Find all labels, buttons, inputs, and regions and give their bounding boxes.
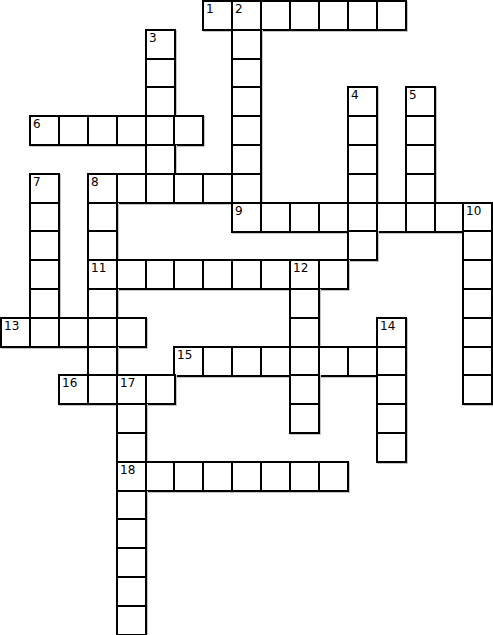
cell-r2-c8[interactable] — [231, 58, 262, 89]
cell-r4-c4[interactable] — [116, 115, 147, 146]
clue-number-4: 4 — [351, 88, 359, 102]
cell-r10-c16[interactable] — [462, 288, 493, 319]
cell-r13-c3[interactable] — [87, 374, 118, 405]
cell-r15-c4[interactable] — [116, 432, 147, 463]
cell-r9-c7[interactable] — [202, 259, 233, 290]
crossword-board: 123456789101112131415161718 — [0, 0, 493, 635]
cell-r6-c5[interactable] — [145, 173, 176, 204]
cell-r7-c15[interactable] — [434, 202, 465, 233]
cell-r4-c1[interactable]: 6 — [29, 115, 60, 146]
cell-r18-c4[interactable] — [116, 518, 147, 549]
cell-r9-c5[interactable] — [145, 259, 176, 290]
cell-r7-c11[interactable] — [318, 202, 349, 233]
cell-r0-c8[interactable]: 2 — [231, 0, 262, 31]
cell-r11-c2[interactable] — [58, 317, 89, 348]
clue-number-9: 9 — [235, 204, 243, 218]
cell-r7-c1[interactable] — [29, 202, 60, 233]
cell-r14-c13[interactable] — [376, 403, 407, 434]
cell-r0-c10[interactable] — [289, 0, 320, 31]
cell-r2-c5[interactable] — [145, 58, 176, 89]
cell-r8-c16[interactable] — [462, 230, 493, 261]
cell-r6-c4[interactable] — [116, 173, 147, 204]
cell-r7-c3[interactable] — [87, 202, 118, 233]
cell-r12-c8[interactable] — [231, 346, 262, 377]
clue-number-18: 18 — [120, 463, 135, 477]
cell-r11-c10[interactable] — [289, 317, 320, 348]
cell-r7-c16[interactable]: 10 — [462, 202, 493, 233]
cell-r6-c7[interactable] — [202, 173, 233, 204]
cell-r9-c9[interactable] — [260, 259, 291, 290]
cell-r5-c14[interactable] — [405, 144, 436, 175]
cell-r16-c10[interactable] — [289, 461, 320, 492]
cell-r7-c9[interactable] — [260, 202, 291, 233]
cell-r7-c10[interactable] — [289, 202, 320, 233]
clue-number-11: 11 — [91, 261, 106, 275]
cell-r7-c13[interactable] — [376, 202, 407, 233]
cell-r16-c7[interactable] — [202, 461, 233, 492]
cell-r3-c8[interactable] — [231, 86, 262, 117]
cell-r4-c8[interactable] — [231, 115, 262, 146]
cell-r12-c3[interactable] — [87, 346, 118, 377]
cell-r13-c5[interactable] — [145, 374, 176, 405]
cell-r9-c10[interactable]: 12 — [289, 259, 320, 290]
cell-r16-c9[interactable] — [260, 461, 291, 492]
cell-r12-c12[interactable] — [347, 346, 378, 377]
clue-number-2: 2 — [235, 2, 243, 16]
cell-r0-c9[interactable] — [260, 0, 291, 31]
cell-r14-c4[interactable] — [116, 403, 147, 434]
cell-r12-c9[interactable] — [260, 346, 291, 377]
cell-r4-c12[interactable] — [347, 115, 378, 146]
clue-number-8: 8 — [91, 175, 99, 189]
clue-number-13: 13 — [4, 319, 19, 333]
cell-r12-c11[interactable] — [318, 346, 349, 377]
cell-r6-c3[interactable]: 8 — [87, 173, 118, 204]
cell-r16-c11[interactable] — [318, 461, 349, 492]
cell-r6-c6[interactable] — [173, 173, 204, 204]
cell-r16-c4[interactable]: 18 — [116, 461, 147, 492]
clue-number-16: 16 — [62, 376, 77, 390]
cell-r6-c14[interactable] — [405, 173, 436, 204]
cell-r5-c5[interactable] — [145, 144, 176, 175]
cell-r12-c6[interactable]: 15 — [173, 346, 204, 377]
cell-r12-c13[interactable] — [376, 346, 407, 377]
cell-r21-c4[interactable] — [116, 605, 147, 635]
cell-r11-c16[interactable] — [462, 317, 493, 348]
cell-r5-c12[interactable] — [347, 144, 378, 175]
cell-r11-c1[interactable] — [29, 317, 60, 348]
cell-r9-c16[interactable] — [462, 259, 493, 290]
cell-r10-c3[interactable] — [87, 288, 118, 319]
cell-r1-c8[interactable] — [231, 29, 262, 60]
cell-r16-c6[interactable] — [173, 461, 204, 492]
clue-number-12: 12 — [293, 261, 308, 275]
cell-r8-c12[interactable] — [347, 230, 378, 261]
cell-r6-c12[interactable] — [347, 173, 378, 204]
cell-r19-c4[interactable] — [116, 547, 147, 578]
clue-number-15: 15 — [177, 348, 192, 362]
cell-r7-c8[interactable]: 9 — [231, 202, 262, 233]
clue-number-5: 5 — [409, 88, 417, 102]
clue-number-14: 14 — [380, 319, 395, 333]
cell-r12-c16[interactable] — [462, 346, 493, 377]
cell-r13-c4[interactable]: 17 — [116, 374, 147, 405]
cell-r0-c12[interactable] — [347, 0, 378, 31]
cell-r7-c14[interactable] — [405, 202, 436, 233]
cell-r14-c10[interactable] — [289, 403, 320, 434]
cell-r17-c4[interactable] — [116, 490, 147, 521]
cell-r20-c4[interactable] — [116, 576, 147, 607]
cell-r9-c4[interactable] — [116, 259, 147, 290]
cell-r9-c6[interactable] — [173, 259, 204, 290]
cell-r13-c16[interactable] — [462, 374, 493, 405]
cell-r1-c5[interactable]: 3 — [145, 29, 176, 60]
clue-number-17: 17 — [120, 376, 135, 390]
cell-r4-c2[interactable] — [58, 115, 89, 146]
clue-number-1: 1 — [206, 2, 214, 16]
cell-r9-c11[interactable] — [318, 259, 349, 290]
cell-r4-c14[interactable] — [405, 115, 436, 146]
cell-r11-c3[interactable] — [87, 317, 118, 348]
clue-number-3: 3 — [149, 31, 157, 45]
cell-r8-c3[interactable] — [87, 230, 118, 261]
cell-r12-c7[interactable] — [202, 346, 233, 377]
cell-r13-c10[interactable] — [289, 374, 320, 405]
cell-r4-c3[interactable] — [87, 115, 118, 146]
cell-r6-c1[interactable]: 7 — [29, 173, 60, 204]
cell-r15-c13[interactable] — [376, 432, 407, 463]
cell-r8-c1[interactable] — [29, 230, 60, 261]
cell-r4-c5[interactable] — [145, 115, 176, 146]
cell-r12-c10[interactable] — [289, 346, 320, 377]
cell-r3-c14[interactable]: 5 — [405, 86, 436, 117]
clue-number-7: 7 — [33, 175, 41, 189]
clue-number-10: 10 — [466, 204, 481, 218]
cell-r3-c12[interactable]: 4 — [347, 86, 378, 117]
cell-r5-c8[interactable] — [231, 144, 262, 175]
cell-r6-c8[interactable] — [231, 173, 262, 204]
cell-r0-c7[interactable]: 1 — [202, 0, 233, 31]
cell-r0-c13[interactable] — [376, 0, 407, 31]
cell-r9-c1[interactable] — [29, 259, 60, 290]
cell-r9-c8[interactable] — [231, 259, 262, 290]
cell-r13-c2[interactable]: 16 — [58, 374, 89, 405]
cell-r7-c12[interactable] — [347, 202, 378, 233]
cell-r13-c13[interactable] — [376, 374, 407, 405]
cell-r11-c4[interactable] — [116, 317, 147, 348]
cell-r9-c3[interactable]: 11 — [87, 259, 118, 290]
cell-r3-c5[interactable] — [145, 86, 176, 117]
cell-r10-c10[interactable] — [289, 288, 320, 319]
cell-r10-c1[interactable] — [29, 288, 60, 319]
cell-r11-c13[interactable]: 14 — [376, 317, 407, 348]
cell-r11-c0[interactable]: 13 — [0, 317, 31, 348]
cell-r16-c5[interactable] — [145, 461, 176, 492]
cell-r16-c8[interactable] — [231, 461, 262, 492]
clue-number-6: 6 — [33, 117, 41, 131]
cell-r0-c11[interactable] — [318, 0, 349, 31]
cell-r4-c6[interactable] — [173, 115, 204, 146]
